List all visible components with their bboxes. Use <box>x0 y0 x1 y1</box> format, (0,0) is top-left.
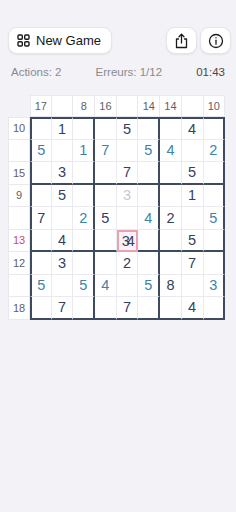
cell-r6c1[interactable] <box>30 230 52 253</box>
cell-r8c2[interactable] <box>52 275 74 298</box>
cell-r9c6[interactable] <box>138 297 160 320</box>
cell-r3c8[interactable]: 5 <box>182 162 204 185</box>
cell-r6c3[interactable] <box>73 230 95 253</box>
board-corner <box>8 95 30 117</box>
cell-r3c2[interactable]: 3 <box>52 162 74 185</box>
cell-r2c6[interactable]: 5 <box>138 140 160 163</box>
cell-r4c9[interactable] <box>204 185 226 208</box>
cell-r2c9[interactable]: 2 <box>204 140 226 163</box>
left-clue-row-8 <box>8 275 30 298</box>
status-bar: Actions: 2 Erreurs: 1/12 01:43 <box>0 66 236 78</box>
cell-r7c8[interactable]: 7 <box>182 252 204 275</box>
cell-r9c2[interactable]: 7 <box>52 297 74 320</box>
cell-r1c2[interactable]: 1 <box>52 117 74 140</box>
cell-r6c7[interactable] <box>160 230 182 253</box>
cell-r7c1[interactable] <box>30 252 52 275</box>
cell-r2c7[interactable]: 4 <box>160 140 182 163</box>
cell-r4c2[interactable]: 5 <box>52 185 74 208</box>
cell-r1c7[interactable] <box>160 117 182 140</box>
cell-r2c2[interactable] <box>52 140 74 163</box>
cell-r5c8[interactable] <box>182 207 204 230</box>
cell-r2c8[interactable] <box>182 140 204 163</box>
cell-r4c5[interactable]: 3 <box>117 185 139 208</box>
cell-r4c6[interactable] <box>138 185 160 208</box>
cell-r9c9[interactable] <box>204 297 226 320</box>
cell-r9c8[interactable]: 4 <box>182 297 204 320</box>
top-clue-col-5 <box>117 95 139 117</box>
cell-r8c5[interactable] <box>117 275 139 298</box>
cell-r4c4[interactable] <box>95 185 117 208</box>
cell-r2c3[interactable]: 1 <box>73 140 95 163</box>
share-icon <box>174 33 189 49</box>
left-clue-row-3: 15 <box>8 162 30 185</box>
cell-r8c3[interactable]: 5 <box>73 275 95 298</box>
cell-r7c4[interactable] <box>95 252 117 275</box>
cell-r1c5[interactable]: 5 <box>117 117 139 140</box>
cell-r6c2[interactable]: 4 <box>52 230 74 253</box>
cell-r3c5[interactable]: 7 <box>117 162 139 185</box>
cell-r1c3[interactable] <box>73 117 95 140</box>
top-clue-col-2 <box>52 95 74 117</box>
cell-r7c9[interactable] <box>204 252 226 275</box>
cell-r7c6[interactable] <box>138 252 160 275</box>
cell-r6c9[interactable] <box>204 230 226 253</box>
timer: 01:43 <box>196 66 225 78</box>
cell-r9c5[interactable]: 7 <box>117 297 139 320</box>
errors-counter: Erreurs: 1/12 <box>62 66 197 78</box>
cell-r1c6[interactable] <box>138 117 160 140</box>
cell-r4c7[interactable] <box>160 185 182 208</box>
cell-r7c7[interactable] <box>160 252 182 275</box>
left-clue-row-9: 18 <box>8 297 30 320</box>
cell-r5c4[interactable]: 5 <box>95 207 117 230</box>
cell-r5c5[interactable] <box>117 207 139 230</box>
top-clue-col-8 <box>182 95 204 117</box>
cell-r6c6[interactable] <box>138 230 160 253</box>
cell-r8c6[interactable]: 5 <box>138 275 160 298</box>
cell-r5c1[interactable]: 7 <box>30 207 52 230</box>
cell-r5c2[interactable] <box>52 207 74 230</box>
cell-r6c4[interactable] <box>95 230 117 253</box>
grid-icon <box>17 34 30 47</box>
error-digit-overlapped: 4 <box>127 232 135 248</box>
cell-r5c9[interactable]: 5 <box>204 207 226 230</box>
cell-r5c3[interactable]: 2 <box>73 207 95 230</box>
top-clue-col-1: 17 <box>30 95 52 117</box>
toolbar: New Game <box>0 0 236 60</box>
cell-r1c9[interactable] <box>204 117 226 140</box>
cell-r2c5[interactable] <box>117 140 139 163</box>
cell-r8c9[interactable]: 3 <box>204 275 226 298</box>
info-icon <box>208 33 224 49</box>
sudoku-board: 1781614141010154517542153759531725425134… <box>8 95 225 320</box>
cell-r4c1[interactable] <box>30 185 52 208</box>
cell-r7c2[interactable]: 3 <box>52 252 74 275</box>
cell-r4c3[interactable] <box>73 185 95 208</box>
cell-r3c6[interactable] <box>138 162 160 185</box>
cell-r3c9[interactable] <box>204 162 226 185</box>
cell-r5c6[interactable]: 4 <box>138 207 160 230</box>
left-clue-row-2 <box>8 140 30 163</box>
info-button[interactable] <box>200 27 231 54</box>
left-clue-row-1: 10 <box>8 117 30 140</box>
cell-r8c8[interactable] <box>182 275 204 298</box>
new-game-button[interactable]: New Game <box>8 27 112 54</box>
cell-r8c4[interactable]: 4 <box>95 275 117 298</box>
left-clue-row-5 <box>8 207 30 230</box>
cell-r8c1[interactable]: 5 <box>30 275 52 298</box>
cell-r4c8[interactable]: 1 <box>182 185 204 208</box>
top-clue-col-3: 8 <box>73 95 95 117</box>
cell-r9c3[interactable] <box>73 297 95 320</box>
cell-r9c4[interactable] <box>95 297 117 320</box>
cell-r1c4[interactable] <box>95 117 117 140</box>
top-clue-col-6: 14 <box>138 95 160 117</box>
cell-r5c7[interactable]: 2 <box>160 207 182 230</box>
cell-r3c3[interactable] <box>73 162 95 185</box>
top-clue-col-4: 16 <box>95 95 117 117</box>
cell-r8c7[interactable]: 8 <box>160 275 182 298</box>
new-game-label: New Game <box>36 33 101 48</box>
cell-r9c1[interactable] <box>30 297 52 320</box>
cell-r3c1[interactable] <box>30 162 52 185</box>
cell-r7c3[interactable] <box>73 252 95 275</box>
cell-r6c5[interactable]: 34 <box>117 230 139 253</box>
cell-r9c7[interactable] <box>160 297 182 320</box>
actions-counter: Actions: 2 <box>11 66 62 78</box>
cell-r1c1[interactable] <box>30 117 52 140</box>
cell-r7c5[interactable]: 2 <box>117 252 139 275</box>
left-clue-row-6: 13 <box>8 230 30 253</box>
cell-r6c8[interactable]: 5 <box>182 230 204 253</box>
top-clue-col-9: 10 <box>204 95 226 117</box>
cell-r2c1[interactable]: 5 <box>30 140 52 163</box>
top-clue-col-7: 14 <box>160 95 182 117</box>
cell-r1c8[interactable]: 4 <box>182 117 204 140</box>
cell-r2c4[interactable]: 7 <box>95 140 117 163</box>
left-clue-row-7: 12 <box>8 252 30 275</box>
cell-r3c4[interactable] <box>95 162 117 185</box>
share-button[interactable] <box>166 27 197 54</box>
cell-r3c7[interactable] <box>160 162 182 185</box>
left-clue-row-4: 9 <box>8 185 30 208</box>
